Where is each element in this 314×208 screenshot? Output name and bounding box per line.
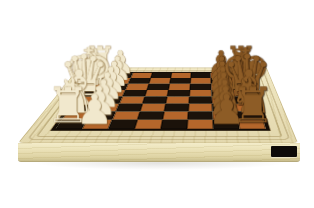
square-c4[interactable] (140, 104, 166, 112)
square-d4[interactable] (143, 97, 168, 104)
square-a5[interactable] (161, 120, 188, 129)
square-a8[interactable]: ♜ (238, 120, 266, 129)
square-a4[interactable] (134, 120, 162, 129)
square-d5[interactable] (166, 97, 190, 104)
chess-set-photo: ♜♟♟♜♞♟♟♞♝♟♟♝♚♟♟♚♛♟♟♛♝♟♟♝♞♟♟♞♜♟♟♜ (0, 0, 314, 208)
square-b4[interactable] (137, 111, 164, 119)
square-e5[interactable] (167, 90, 190, 97)
chess-board[interactable]: ♜♟♟♜♞♟♟♞♝♟♟♝♚♟♟♚♛♟♟♛♝♟♟♝♞♟♟♞♜♟♟♜ (51, 72, 270, 131)
box-front-face (18, 143, 300, 162)
chess-box-top: ♜♟♟♜♞♟♟♞♝♟♟♝♚♟♟♚♛♟♟♛♝♟♟♝♞♟♟♞♜♟♟♜ (18, 0, 298, 143)
latch[interactable] (271, 146, 297, 157)
piece-black-rook[interactable]: ♜ (231, 81, 275, 130)
square-a2[interactable]: ♟ (82, 120, 112, 129)
square-c5[interactable] (164, 104, 189, 112)
piece-white-pawn[interactable]: ♟ (76, 89, 113, 131)
board-top-face: ♜♟♟♜♞♟♟♞♝♟♟♝♚♟♟♚♛♟♟♛♝♟♟♝♞♟♟♞♜♟♟♜ (18, 68, 298, 143)
square-e4[interactable] (145, 90, 169, 97)
square-b5[interactable] (163, 111, 189, 119)
